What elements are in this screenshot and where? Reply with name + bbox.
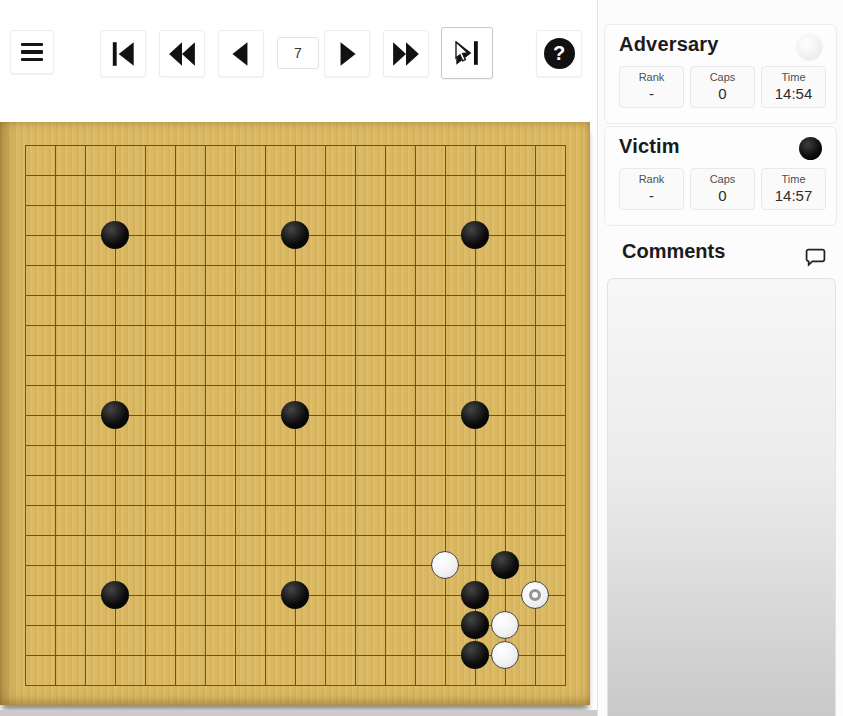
adversary-caps: Caps 0	[690, 66, 755, 108]
player-card-victim: Victim Rank - Caps 0 Time 14:57	[604, 126, 837, 226]
skip-last-button[interactable]	[441, 27, 493, 79]
hamburger-icon	[21, 43, 43, 46]
fast-rewind-icon	[167, 39, 197, 69]
stone-white-R2	[491, 641, 519, 669]
victim-name: Victim	[619, 135, 826, 158]
stone-black-D4	[101, 581, 129, 609]
skip-last-icon	[452, 38, 482, 68]
toolbar: ?	[0, 0, 597, 122]
victim-time: Time 14:57	[761, 168, 826, 210]
adversary-time: Time 14:54	[761, 66, 826, 108]
victim-rank: Rank -	[619, 168, 684, 210]
stone-white-R3	[491, 611, 519, 639]
stone-black-Q4	[461, 581, 489, 609]
fast-rewind-button[interactable]	[159, 30, 205, 77]
victim-caps: Caps 0	[690, 168, 755, 210]
fast-forward-button[interactable]	[383, 30, 429, 77]
stone-white-P5	[431, 551, 459, 579]
menu-button[interactable]	[10, 30, 54, 74]
step-back-button[interactable]	[218, 30, 264, 77]
skip-first-button[interactable]	[100, 30, 146, 77]
stone-black-K10	[281, 401, 309, 429]
stone-black-R5	[491, 551, 519, 579]
go-board[interactable]	[0, 122, 590, 705]
player-card-adversary: Adversary Rank - Caps 0 Time 14:54	[604, 24, 837, 124]
white-stone-icon	[797, 35, 822, 60]
comments-title: Comments	[622, 240, 725, 263]
stone-black-K4	[281, 581, 309, 609]
stone-black-Q10	[461, 401, 489, 429]
skip-first-icon	[108, 39, 138, 69]
adversary-name: Adversary	[619, 33, 826, 56]
stone-black-D16	[101, 221, 129, 249]
adversary-rank: Rank -	[619, 66, 684, 108]
move-number-input[interactable]	[277, 37, 319, 69]
help-icon: ?	[544, 38, 575, 69]
comments-panel[interactable]	[607, 278, 836, 716]
stone-black-Q16	[461, 221, 489, 249]
stone-black-Q2	[461, 641, 489, 669]
stone-black-K16	[281, 221, 309, 249]
sidebar: Adversary Rank - Caps 0 Time 14:54 Victi…	[597, 0, 843, 716]
page-background-strip	[0, 710, 597, 716]
last-move-marker	[529, 589, 541, 601]
black-stone-icon	[799, 137, 822, 160]
stone-black-D10	[101, 401, 129, 429]
step-forward-button[interactable]	[324, 30, 370, 77]
fast-forward-icon	[391, 39, 421, 69]
victim-stats: Rank - Caps 0 Time 14:57	[619, 168, 826, 210]
step-forward-icon	[332, 39, 362, 69]
step-back-icon	[226, 39, 256, 69]
help-button[interactable]: ?	[536, 30, 582, 77]
chat-bubble-icon[interactable]	[805, 247, 826, 267]
stone-black-Q3	[461, 611, 489, 639]
adversary-stats: Rank - Caps 0 Time 14:54	[619, 66, 826, 108]
go-client-window: ? Adversary Rank - Caps 0 Time 14:54	[0, 0, 843, 716]
stone-white-S4	[521, 581, 549, 609]
